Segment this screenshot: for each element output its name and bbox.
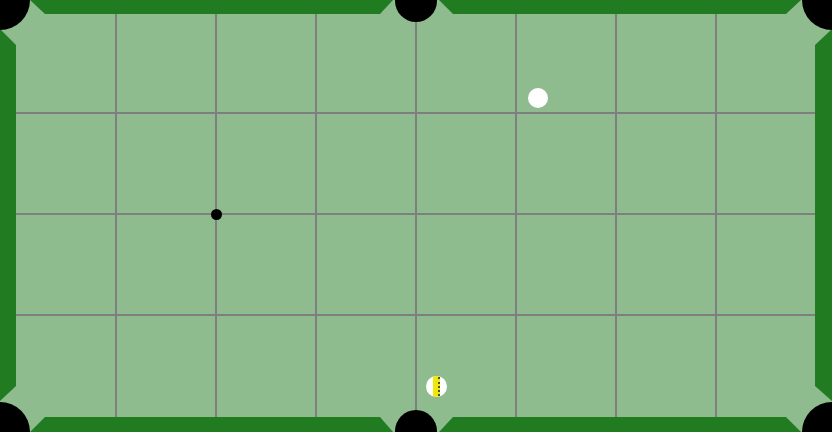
pocket-top-right — [802, 0, 832, 30]
nine-ball[interactable] — [426, 376, 447, 397]
pocket-bottom-right — [802, 402, 832, 432]
grid-line-vertical — [515, 14, 517, 417]
pocket-bottom-middle — [395, 410, 437, 432]
grid-line-horizontal — [16, 314, 815, 316]
grid-line-vertical — [615, 14, 617, 417]
cue-ball[interactable] — [528, 88, 548, 108]
grid-line-horizontal — [16, 112, 815, 114]
pool-table — [0, 0, 832, 432]
ball-stripe — [433, 376, 440, 397]
pocket-top-left — [0, 0, 30, 30]
grid-line-vertical — [115, 14, 117, 417]
grid-line-vertical — [315, 14, 317, 417]
pocket-bottom-left — [0, 402, 30, 432]
foot-spot — [211, 209, 222, 220]
pocket-top-middle — [395, 0, 437, 22]
grid-line-vertical — [715, 14, 717, 417]
grid-line-horizontal — [16, 213, 815, 215]
grid-line-vertical — [415, 14, 417, 417]
